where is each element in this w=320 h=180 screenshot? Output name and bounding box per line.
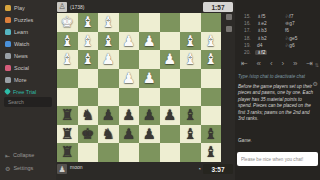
- sidebar-item-label: Puzzles: [14, 17, 33, 23]
- white-pawn-piece[interactable]: ♟: [122, 71, 135, 86]
- news-icon: [5, 53, 11, 59]
- opponent-clock: 1:57: [203, 2, 233, 12]
- black-move[interactable]: ♘ge5: [283, 36, 311, 41]
- chat-hint: Type /stop chat to deactivate chat: [238, 74, 310, 79]
- square[interactable]: [119, 88, 140, 107]
- square[interactable]: [139, 88, 160, 107]
- sidebar-item-watch[interactable]: Watch: [5, 38, 53, 49]
- square[interactable]: [180, 143, 201, 162]
- black-move[interactable]: ♘f7: [283, 14, 311, 19]
- white-bishop-piece[interactable]: ♝: [61, 52, 74, 67]
- white-pawn-piece[interactable]: ♟: [143, 34, 156, 49]
- chess-app-window: PlayPuzzlesLearnWatchNewsSocialMoreFree …: [0, 0, 320, 180]
- sidebar-item-puzzles[interactable]: Puzzles: [5, 14, 53, 25]
- white-move[interactable]: ♗f5: [255, 14, 283, 19]
- square[interactable]: ♜: [57, 143, 78, 162]
- white-bishop-piece[interactable]: ♝: [61, 34, 74, 49]
- black-bishop-piece[interactable]: ♝: [204, 145, 217, 160]
- clock-running-icon: ◔: [197, 166, 201, 172]
- go-start-button[interactable]: ⇤: [241, 59, 248, 69]
- square[interactable]: ♞: [98, 125, 119, 144]
- square[interactable]: ♝: [201, 50, 222, 69]
- square[interactable]: ♝: [78, 50, 99, 69]
- black-rook-piece[interactable]: ♜: [61, 127, 74, 142]
- sidebar-item-play[interactable]: Play: [5, 2, 53, 13]
- move-number: 19.: [244, 43, 255, 48]
- variant-description: Before the game players set up their pie…: [238, 84, 314, 123]
- square[interactable]: [139, 143, 160, 162]
- move-number: 20.: [244, 50, 255, 55]
- black-knight-piece[interactable]: ♞: [102, 127, 115, 142]
- square[interactable]: ♝: [57, 50, 78, 69]
- social-icon: [5, 65, 11, 71]
- white-bishop-piece[interactable]: ♝: [81, 52, 94, 67]
- square[interactable]: [98, 143, 119, 162]
- square[interactable]: ♝: [57, 32, 78, 51]
- square[interactable]: ♟: [139, 69, 160, 88]
- square[interactable]: ♝: [78, 13, 99, 32]
- black-knight-piece[interactable]: ♞: [81, 108, 94, 123]
- back-fast-button[interactable]: «: [257, 59, 261, 69]
- opponent-avatar[interactable]: ♙: [57, 2, 67, 12]
- square[interactable]: ♝: [98, 32, 119, 51]
- sidebar-item-label: Learn: [14, 29, 28, 35]
- square[interactable]: ♟: [139, 32, 160, 51]
- square[interactable]: ♝: [98, 13, 119, 32]
- square[interactable]: [160, 143, 181, 162]
- white-move[interactable]: ♗b3: [255, 28, 283, 33]
- player-bar: ♟ moon ◔ 3:57: [56, 162, 235, 180]
- move-number: 17.: [244, 28, 255, 33]
- square[interactable]: [98, 88, 119, 107]
- square[interactable]: ♟: [119, 106, 140, 125]
- player-avatar[interactable]: ♟: [57, 164, 67, 174]
- white-bishop-piece[interactable]: ♝: [102, 34, 115, 49]
- watch-icon: [5, 41, 11, 47]
- sidebar-item-label: More: [14, 77, 27, 83]
- forward-fast-button[interactable]: »: [293, 59, 297, 69]
- white-pawn-piece[interactable]: ♟: [122, 34, 135, 49]
- sidebar-item-label: Free Trial: [13, 89, 36, 95]
- opponent-name[interactable]: (1738): [70, 4, 84, 10]
- move-row: 15.♗f5♘f7: [244, 13, 318, 20]
- collapse-button[interactable]: ⇤ Collapse: [5, 150, 34, 160]
- square[interactable]: [160, 69, 181, 88]
- square[interactable]: [180, 69, 201, 88]
- black-pawn-piece[interactable]: ♟: [102, 108, 115, 123]
- learn-icon: [5, 29, 11, 35]
- white-pawn-piece[interactable]: ♟: [143, 71, 156, 86]
- black-rook-piece[interactable]: ♜: [61, 145, 74, 160]
- sidebar-item-label: Watch: [14, 41, 29, 47]
- square[interactable]: ♝: [180, 50, 201, 69]
- white-bishop-piece[interactable]: ♝: [184, 52, 197, 67]
- white-bishop-piece[interactable]: ♝: [184, 34, 197, 49]
- black-move[interactable]: [283, 50, 311, 55]
- square[interactable]: ♝: [201, 143, 222, 162]
- square[interactable]: ♜: [57, 106, 78, 125]
- player-name[interactable]: moon: [70, 164, 83, 170]
- sidebar-item-more[interactable]: More: [5, 74, 53, 85]
- white-move[interactable]: ♗e2: [255, 21, 283, 26]
- speaker-icon[interactable]: [226, 14, 232, 20]
- square[interactable]: ♝: [78, 32, 99, 51]
- square[interactable]: [139, 13, 160, 32]
- sidebar-item-free-trial[interactable]: Free Trial: [5, 86, 53, 97]
- move-number: 16.: [244, 21, 255, 26]
- move-row: 20.♗f2: [244, 49, 318, 56]
- square[interactable]: ♟: [119, 69, 140, 88]
- sidebar-item-learn[interactable]: Learn: [5, 26, 53, 37]
- black-pawn-piece[interactable]: ♟: [143, 108, 156, 123]
- white-move[interactable]: ♗b2: [255, 36, 283, 41]
- black-pawn-piece[interactable]: ♟: [163, 108, 176, 123]
- square[interactable]: [160, 88, 181, 107]
- gear-icon: ⚙: [5, 165, 10, 172]
- move-row: 17.♗b3f6: [244, 27, 318, 34]
- black-move[interactable]: f6: [283, 28, 311, 33]
- square[interactable]: [119, 143, 140, 162]
- move-row: 18.♗b2♘ge5: [244, 35, 318, 42]
- black-rook-piece[interactable]: ♜: [61, 108, 74, 123]
- move-list: 15.♗f5♘f716.♗e2♔g717.♗b3f618.♗b2♘ge519.d…: [244, 13, 318, 56]
- square[interactable]: [78, 88, 99, 107]
- variant-description-tail: Game.: [238, 138, 252, 143]
- square[interactable]: ♝: [180, 125, 201, 144]
- white-pawn-piece[interactable]: ♟: [163, 52, 176, 67]
- chess-board[interactable]: ♚♝♝♝♝♝♟♟♝♝♝♝♟♟♝♝♟♟♜♞♟♟♟♟♝♜♚♞♟♟♝♝♜♝: [57, 13, 221, 162]
- square[interactable]: [78, 143, 99, 162]
- square[interactable]: [201, 13, 222, 32]
- square[interactable]: ♚: [57, 13, 78, 32]
- white-king-piece[interactable]: ♚: [61, 15, 74, 30]
- collapse-icon: ⇤: [5, 152, 10, 159]
- white-move[interactable]: d4: [255, 43, 283, 48]
- square[interactable]: [78, 69, 99, 88]
- black-king-piece[interactable]: ♚: [81, 127, 94, 142]
- black-pawn-piece[interactable]: ♟: [122, 108, 135, 123]
- settings-button[interactable]: ⚙ Settings: [5, 163, 33, 173]
- black-pawn-piece[interactable]: ♟: [122, 127, 135, 142]
- square[interactable]: [201, 69, 222, 88]
- square[interactable]: ♟: [160, 50, 181, 69]
- puzzle-icon: [5, 17, 11, 23]
- square[interactable]: [160, 32, 181, 51]
- square[interactable]: ♟: [139, 106, 160, 125]
- go-end-button[interactable]: ⇥: [306, 59, 313, 69]
- white-bishop-piece[interactable]: ♝: [81, 15, 94, 30]
- game-panel: 15.♗f5♘f716.♗e2♔g717.♗b3f618.♗b2♘ge519.d…: [235, 0, 320, 180]
- square[interactable]: ♟: [119, 32, 140, 51]
- square[interactable]: ♟: [98, 106, 119, 125]
- white-move[interactable]: ♗f2: [255, 50, 283, 55]
- square[interactable]: [119, 13, 140, 32]
- forward-button[interactable]: ›: [281, 59, 284, 69]
- black-move[interactable]: ♔g7: [283, 21, 311, 26]
- white-bishop-piece[interactable]: ♝: [204, 34, 217, 49]
- board-theme-icon[interactable]: [226, 26, 232, 32]
- black-move[interactable]: ♘g6: [283, 43, 311, 48]
- square[interactable]: [160, 13, 181, 32]
- white-bishop-piece[interactable]: ♝: [81, 34, 94, 49]
- square[interactable]: ♜: [57, 125, 78, 144]
- square[interactable]: ♚: [78, 125, 99, 144]
- square[interactable]: [201, 88, 222, 107]
- square[interactable]: [201, 106, 222, 125]
- square[interactable]: ♟: [119, 125, 140, 144]
- square[interactable]: [160, 125, 181, 144]
- black-pawn-piece[interactable]: ♟: [143, 127, 156, 142]
- sidebar-item-label: Social: [14, 65, 29, 71]
- square[interactable]: [139, 50, 160, 69]
- square[interactable]: ♝: [180, 106, 201, 125]
- opponent-bar: ♙ (1738) 1:57: [56, 0, 235, 13]
- search-placeholder: Search: [8, 99, 24, 105]
- move-number: 15.: [244, 14, 255, 19]
- search-input[interactable]: Search: [4, 97, 52, 107]
- sidebar-item-news[interactable]: News: [5, 50, 53, 61]
- white-bishop-piece[interactable]: ♝: [102, 15, 115, 30]
- black-bishop-piece[interactable]: ♝: [184, 108, 197, 123]
- square[interactable]: ♞: [78, 106, 99, 125]
- player-clock: 3:57: [203, 164, 233, 174]
- square[interactable]: [180, 13, 201, 32]
- square[interactable]: ♟: [98, 50, 119, 69]
- chat-input[interactable]: [237, 152, 318, 166]
- diamond-icon: [4, 88, 11, 95]
- back-button[interactable]: ‹: [270, 59, 273, 69]
- square[interactable]: [57, 88, 78, 107]
- square[interactable]: ♝: [201, 125, 222, 144]
- white-pawn-piece[interactable]: ♟: [102, 52, 115, 67]
- square[interactable]: [98, 69, 119, 88]
- pawn-icon: [5, 5, 11, 11]
- square[interactable]: [180, 88, 201, 107]
- white-bishop-piece[interactable]: ♝: [204, 52, 217, 67]
- sidebar-item-label: News: [14, 53, 28, 59]
- square[interactable]: ♟: [139, 125, 160, 144]
- sidebar: PlayPuzzlesLearnWatchNewsSocialMoreFree …: [0, 0, 56, 180]
- square[interactable]: ♟: [160, 106, 181, 125]
- flip-board-icon[interactable]: ⇅: [315, 62, 319, 68]
- square[interactable]: ♝: [180, 32, 201, 51]
- more-icon: [5, 77, 11, 83]
- square[interactable]: [119, 50, 140, 69]
- square[interactable]: [57, 69, 78, 88]
- sidebar-item-label: Play: [14, 5, 25, 11]
- square[interactable]: ♝: [201, 32, 222, 51]
- black-bishop-piece[interactable]: ♝: [184, 127, 197, 142]
- move-nav: ⇤«‹›»⇥: [241, 59, 313, 69]
- black-bishop-piece[interactable]: ♝: [204, 127, 217, 142]
- move-row: 19.d4♘g6: [244, 42, 318, 49]
- move-row: 16.♗e2♔g7: [244, 20, 318, 27]
- sidebar-item-social[interactable]: Social: [5, 62, 53, 73]
- move-number: 18.: [244, 36, 255, 41]
